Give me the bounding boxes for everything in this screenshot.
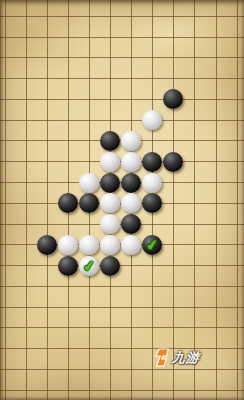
stone-black [79, 193, 99, 213]
stone-black [163, 152, 183, 172]
grid-hline [0, 78, 244, 79]
stone-white [79, 235, 99, 255]
stone-white [100, 235, 120, 255]
stone-black [142, 193, 162, 213]
jiuyou-g-icon [151, 347, 171, 369]
grid-hline [0, 348, 244, 349]
grid-hline [0, 390, 244, 391]
stone-white [121, 193, 141, 213]
gomoku-board[interactable]: ✔✔ 九游 [0, 0, 244, 400]
grid-hline [0, 265, 244, 266]
stone-white [142, 110, 162, 130]
grid-hline [0, 16, 244, 17]
stone-black [100, 131, 120, 151]
grid-vline [216, 0, 217, 400]
stone-white [100, 214, 120, 234]
stone-black [142, 152, 162, 172]
grid-vline [194, 0, 195, 400]
grid-hline [0, 57, 244, 58]
check-icon: ✔ [78, 254, 101, 277]
stone-white [121, 235, 141, 255]
grid-vline [237, 0, 238, 400]
grid-hline [0, 120, 244, 121]
stone-black [58, 256, 78, 276]
stone-white [121, 131, 141, 151]
stone-white [142, 173, 162, 193]
grid-hline [0, 327, 244, 328]
stone-black [37, 235, 57, 255]
stone-black [100, 173, 120, 193]
stone-black [100, 256, 120, 276]
stone-white [79, 173, 99, 193]
grid-hline [0, 307, 244, 308]
stone-black [163, 89, 183, 109]
grid-hline [0, 99, 244, 100]
stone-white [58, 235, 78, 255]
grid-vline [173, 0, 174, 400]
stone-black-checked: ✔ [142, 235, 162, 255]
grid-vline [5, 0, 6, 400]
grid-hline [0, 369, 244, 370]
grid-hline [0, 37, 244, 38]
stone-white [121, 152, 141, 172]
check-icon: ✔ [141, 234, 164, 257]
stone-black [58, 193, 78, 213]
grid-vline [26, 0, 27, 400]
grid-hline [0, 286, 244, 287]
stone-white-checked: ✔ [79, 256, 99, 276]
jiuyou-logo-text: 九游 [171, 349, 201, 367]
stone-black [121, 214, 141, 234]
stone-white [100, 152, 120, 172]
grid-vline [47, 0, 48, 400]
stone-black [121, 173, 141, 193]
stone-white [100, 193, 120, 213]
